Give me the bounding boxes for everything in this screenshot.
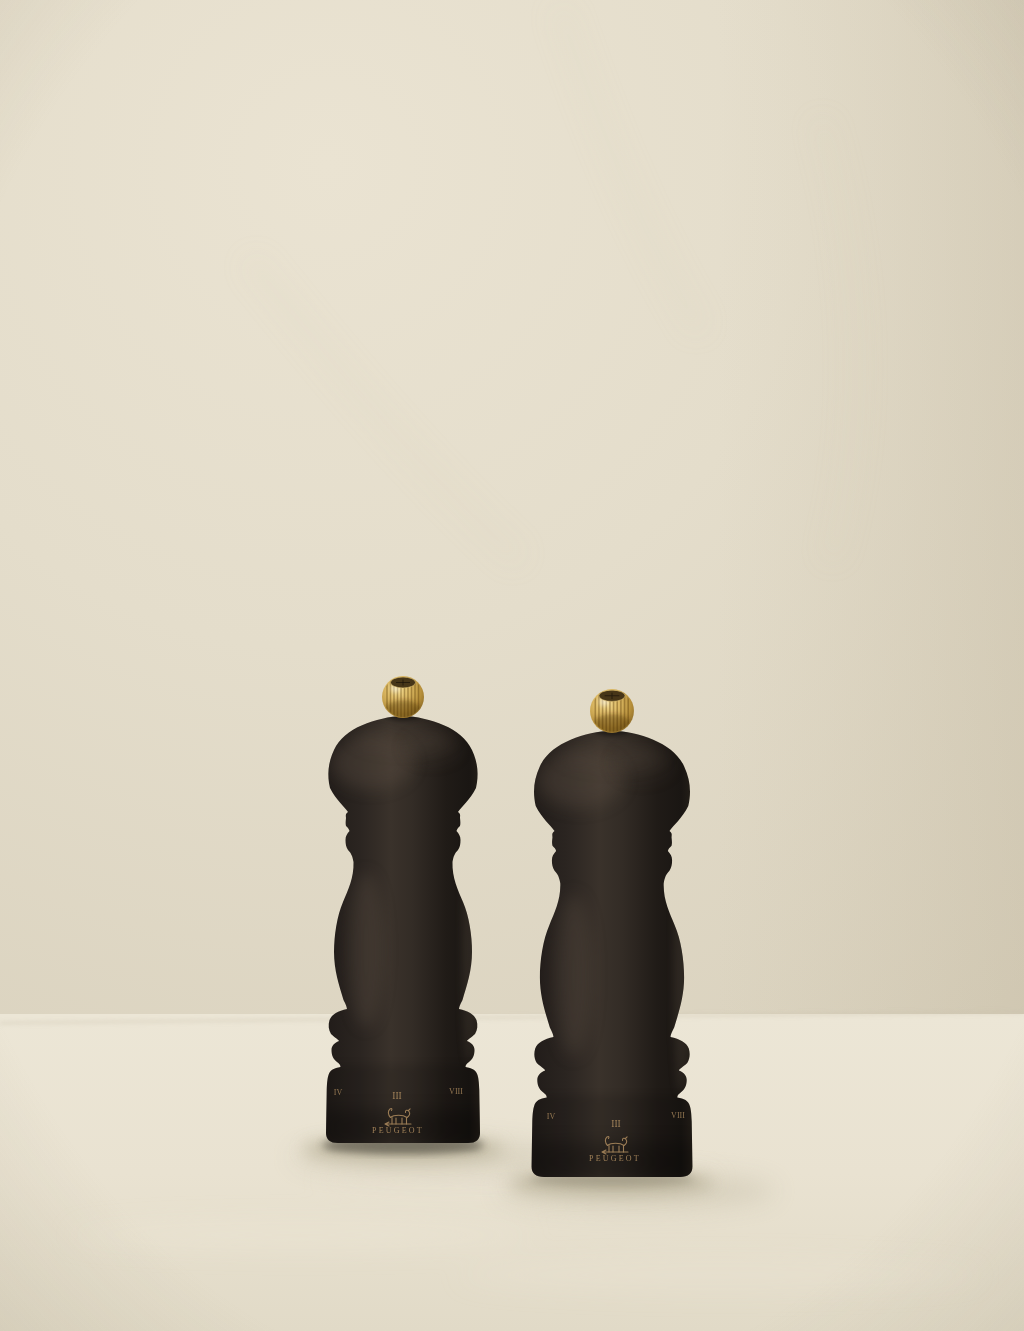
product-photo-canvas: IV III VIII PEUGEOT IV III VIII PEUGEOT: [0, 0, 1024, 1331]
scene: IV III VIII PEUGEOT IV III VIII PEUGEOT: [0, 0, 1024, 1331]
vignette-overlay: [0, 0, 1024, 1331]
